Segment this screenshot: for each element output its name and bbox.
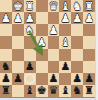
square-c8[interactable]: ♝ xyxy=(59,85,71,97)
square-e1[interactable] xyxy=(36,0,48,12)
square-d3[interactable]: ♟ xyxy=(48,24,60,36)
square-a7[interactable]: ♟ xyxy=(83,73,95,85)
square-a5[interactable] xyxy=(83,49,95,61)
square-h5[interactable] xyxy=(0,49,12,61)
square-f1[interactable]: ♜ xyxy=(24,0,36,12)
square-b5[interactable] xyxy=(71,49,83,61)
white-rook[interactable]: ♜ xyxy=(25,1,35,12)
square-f5[interactable] xyxy=(24,49,36,61)
black-knight[interactable]: ♞ xyxy=(72,85,82,96)
square-h2[interactable]: ♟ xyxy=(0,12,12,24)
square-f8[interactable]: ♝ xyxy=(24,85,36,97)
square-h8[interactable]: ♜ xyxy=(0,85,12,97)
square-c2[interactable]: ♟ xyxy=(59,12,71,24)
square-e2[interactable] xyxy=(36,12,48,24)
square-d4[interactable] xyxy=(48,36,60,48)
square-h1[interactable] xyxy=(0,0,12,12)
black-knight[interactable]: ♞ xyxy=(1,61,11,72)
white-rook[interactable]: ♜ xyxy=(84,1,94,12)
square-c4[interactable]: ♝ xyxy=(59,36,71,48)
square-e8[interactable]: ♚ xyxy=(36,85,48,97)
black-king[interactable]: ♚ xyxy=(37,85,47,96)
square-f3[interactable]: ♞ xyxy=(24,24,36,36)
square-c3[interactable] xyxy=(59,24,71,36)
square-d8[interactable]: ♛ xyxy=(48,85,60,97)
square-g3[interactable] xyxy=(12,24,24,36)
square-a2[interactable]: ♟ xyxy=(83,12,95,24)
white-bishop[interactable]: ♝ xyxy=(60,1,70,12)
black-pawn[interactable]: ♟ xyxy=(25,61,35,72)
square-c5[interactable] xyxy=(59,49,71,61)
chess-app-window: ♚♜♛♝♞♜♟♟♟♟♟♟♞♟♟♝♞♟♟♟♟♟♟♟♜♝♚♛♝♞♜ xyxy=(0,0,98,100)
black-pawn[interactable]: ♟ xyxy=(72,73,82,84)
square-h3[interactable] xyxy=(0,24,12,36)
black-pawn[interactable]: ♟ xyxy=(49,73,59,84)
square-a8[interactable]: ♜ xyxy=(83,85,95,97)
white-bishop[interactable]: ♝ xyxy=(60,37,70,48)
square-d5[interactable] xyxy=(48,49,60,61)
square-d1[interactable]: ♛ xyxy=(48,0,60,12)
square-g4[interactable] xyxy=(12,36,24,48)
white-pawn[interactable]: ♟ xyxy=(37,37,47,48)
square-f4[interactable] xyxy=(24,36,36,48)
black-bishop[interactable]: ♝ xyxy=(60,85,70,96)
square-g7[interactable]: ♟ xyxy=(12,73,24,85)
white-king[interactable]: ♚ xyxy=(13,1,23,12)
white-pawn[interactable]: ♟ xyxy=(49,25,59,36)
square-a1[interactable]: ♜ xyxy=(83,0,95,12)
square-g5[interactable] xyxy=(12,49,24,61)
white-pawn[interactable]: ♟ xyxy=(13,13,23,24)
right-edge-strip xyxy=(95,0,98,100)
square-b8[interactable]: ♞ xyxy=(71,85,83,97)
square-g1[interactable]: ♚ xyxy=(12,0,24,12)
square-a3[interactable] xyxy=(83,24,95,36)
white-pawn[interactable]: ♟ xyxy=(60,13,70,24)
white-pawn[interactable]: ♟ xyxy=(1,13,11,24)
square-c1[interactable]: ♝ xyxy=(59,0,71,12)
square-e6[interactable] xyxy=(36,61,48,73)
square-a4[interactable] xyxy=(83,36,95,48)
square-d2[interactable] xyxy=(48,12,60,24)
white-queen[interactable]: ♛ xyxy=(49,1,59,12)
black-rook[interactable]: ♜ xyxy=(84,85,94,96)
white-knight[interactable]: ♞ xyxy=(25,25,35,36)
black-pawn[interactable]: ♟ xyxy=(1,73,11,84)
white-pawn[interactable]: ♟ xyxy=(72,13,82,24)
square-a6[interactable] xyxy=(83,61,95,73)
white-pawn[interactable]: ♟ xyxy=(25,13,35,24)
black-rook[interactable]: ♜ xyxy=(1,85,11,96)
white-knight[interactable]: ♞ xyxy=(72,1,82,12)
square-g8[interactable] xyxy=(12,85,24,97)
square-b2[interactable]: ♟ xyxy=(71,12,83,24)
square-d6[interactable] xyxy=(48,61,60,73)
square-b3[interactable] xyxy=(71,24,83,36)
square-b6[interactable] xyxy=(71,61,83,73)
square-e5[interactable] xyxy=(36,49,48,61)
square-g2[interactable]: ♟ xyxy=(12,12,24,24)
square-b1[interactable]: ♞ xyxy=(71,0,83,12)
square-h7[interactable]: ♟ xyxy=(0,73,12,85)
bottom-edge-strip xyxy=(0,97,95,100)
white-pawn[interactable]: ♟ xyxy=(84,13,94,24)
chess-board[interactable]: ♚♜♛♝♞♜♟♟♟♟♟♟♞♟♟♝♞♟♟♟♟♟♟♟♜♝♚♛♝♞♜ xyxy=(0,0,95,97)
black-queen[interactable]: ♛ xyxy=(49,85,59,96)
black-pawn[interactable]: ♟ xyxy=(60,61,70,72)
square-g6[interactable] xyxy=(12,61,24,73)
square-f2[interactable]: ♟ xyxy=(24,12,36,24)
square-c6[interactable]: ♟ xyxy=(59,61,71,73)
square-e3[interactable] xyxy=(36,24,48,36)
black-bishop[interactable]: ♝ xyxy=(25,85,35,96)
square-b4[interactable] xyxy=(71,36,83,48)
square-h6[interactable]: ♞ xyxy=(0,61,12,73)
square-h4[interactable] xyxy=(0,36,12,48)
square-e4[interactable]: ♟ xyxy=(36,36,48,48)
square-f6[interactable]: ♟ xyxy=(24,61,36,73)
black-pawn[interactable]: ♟ xyxy=(13,73,23,84)
black-pawn[interactable]: ♟ xyxy=(84,73,94,84)
